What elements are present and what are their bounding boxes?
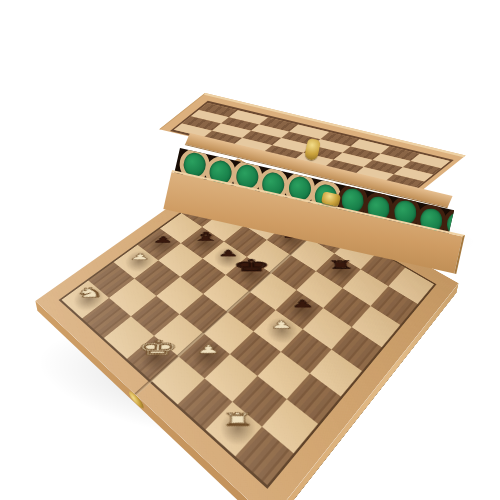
black-king: ♚ [220,256,282,274]
white-pawn-1: ♟ [108,244,171,262]
product-photo-chess-set: ♞♟♟♝♟♚♚♞♟♟♟♜♜ [0,0,500,500]
white-knight: ♞ [56,279,124,299]
black-pawn-1: ♟ [132,227,192,244]
black-rook: ♜ [308,252,372,270]
